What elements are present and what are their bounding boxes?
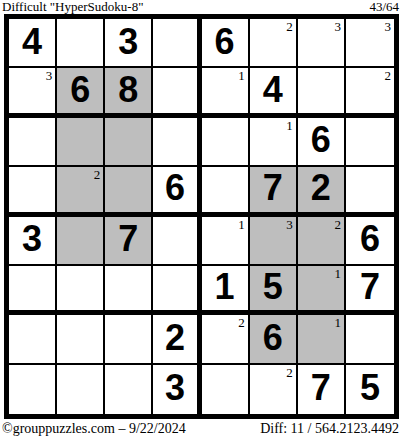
cell-r4c8[interactable] — [346, 167, 394, 216]
cell-r8c8[interactable]: 5 — [346, 365, 394, 414]
given-digit: 2 — [165, 320, 185, 358]
cell-r6c4[interactable] — [153, 266, 201, 315]
corner-mark: 2 — [385, 68, 392, 83]
cell-r7c3[interactable] — [105, 315, 153, 364]
cell-r8c7[interactable]: 7 — [298, 365, 346, 414]
cell-r5c6[interactable]: 3 — [250, 217, 298, 266]
cell-r6c5[interactable]: 1 — [202, 266, 250, 315]
corner-mark: 1 — [238, 217, 245, 232]
cell-r4c4[interactable]: 6 — [153, 167, 201, 216]
cell-r5c1[interactable]: 3 — [9, 217, 57, 266]
cell-r3c2[interactable] — [57, 118, 105, 167]
cell-r4c7[interactable]: 2 — [298, 167, 346, 216]
cell-r3c1[interactable] — [9, 118, 57, 167]
given-digit: 6 — [165, 170, 185, 208]
cell-r6c1[interactable] — [9, 266, 57, 315]
cell-r5c5[interactable]: 1 — [202, 217, 250, 266]
cell-r5c8[interactable]: 6 — [346, 217, 394, 266]
given-digit: 3 — [118, 24, 138, 62]
cell-r6c8[interactable]: 7 — [346, 266, 394, 315]
cell-r7c1[interactable] — [9, 315, 57, 364]
cell-r7c8[interactable] — [346, 315, 394, 364]
corner-mark: 2 — [286, 365, 293, 380]
cell-r5c2[interactable] — [57, 217, 105, 266]
cell-r7c6[interactable]: 6 — [250, 315, 298, 364]
given-digit: 2 — [311, 170, 331, 208]
cell-r1c8[interactable]: 3 — [346, 19, 394, 68]
given-digit: 7 — [311, 370, 331, 408]
cell-r5c4[interactable] — [153, 217, 201, 266]
corner-mark: 1 — [238, 68, 245, 83]
cell-r8c2[interactable] — [57, 365, 105, 414]
corner-mark: 1 — [286, 118, 293, 133]
cell-r6c7[interactable]: 1 — [298, 266, 346, 315]
cell-r8c1[interactable] — [9, 365, 57, 414]
footer: ©grouppuzzles.com – 9/22/2024 Diff: 11 /… — [2, 421, 399, 436]
given-digit: 6 — [263, 320, 283, 358]
cell-r1c7[interactable]: 3 — [298, 19, 346, 68]
cell-r7c2[interactable] — [57, 315, 105, 364]
puzzle-counter: 43/64 — [369, 0, 399, 14]
given-digit: 8 — [118, 72, 138, 110]
corner-mark: 1 — [334, 315, 341, 330]
given-digit: 4 — [263, 72, 283, 110]
corner-mark: 3 — [286, 217, 293, 232]
given-digit: 7 — [360, 269, 380, 307]
given-digit: 5 — [360, 370, 380, 408]
given-digit: 3 — [165, 370, 185, 408]
cell-r2c3[interactable]: 8 — [105, 68, 153, 117]
given-digit: 7 — [263, 170, 283, 208]
cell-r4c2[interactable]: 2 — [57, 167, 105, 216]
cell-r8c5[interactable] — [202, 365, 250, 414]
given-digit: 6 — [70, 72, 90, 110]
corner-mark: 2 — [238, 315, 245, 330]
corner-mark: 1 — [334, 266, 341, 281]
given-digit: 6 — [311, 122, 331, 160]
cell-r3c3[interactable] — [105, 118, 153, 167]
cell-r2c2[interactable]: 6 — [57, 68, 105, 117]
board: 436233368142162672371326151722613275 — [4, 14, 399, 419]
cell-r5c3[interactable]: 7 — [105, 217, 153, 266]
cell-r5c7[interactable]: 2 — [298, 217, 346, 266]
given-digit: 6 — [215, 24, 235, 62]
given-digit: 1 — [215, 269, 235, 307]
cell-r2c1[interactable]: 3 — [9, 68, 57, 117]
cell-r6c6[interactable]: 5 — [250, 266, 298, 315]
cell-r3c7[interactable]: 6 — [298, 118, 346, 167]
cell-r2c5[interactable]: 1 — [202, 68, 250, 117]
given-digit: 5 — [263, 269, 283, 307]
cell-r1c5[interactable]: 6 — [202, 19, 250, 68]
copyright-date: ©grouppuzzles.com – 9/22/2024 — [2, 421, 186, 436]
cell-r4c5[interactable] — [202, 167, 250, 216]
puzzle-title: Difficult "HyperSudoku-8" — [2, 0, 143, 14]
cell-r4c6[interactable]: 7 — [250, 167, 298, 216]
given-digit: 3 — [22, 221, 42, 259]
cell-r3c5[interactable] — [202, 118, 250, 167]
cell-r3c6[interactable]: 1 — [250, 118, 298, 167]
cell-r8c3[interactable] — [105, 365, 153, 414]
cell-r7c4[interactable]: 2 — [153, 315, 201, 364]
cell-r6c2[interactable] — [57, 266, 105, 315]
corner-mark: 3 — [46, 68, 53, 83]
cell-r2c7[interactable] — [298, 68, 346, 117]
cell-r2c4[interactable] — [153, 68, 201, 117]
cell-r7c7[interactable]: 1 — [298, 315, 346, 364]
difficulty-id: Diff: 11 / 564.2123.4492 — [260, 421, 399, 436]
cell-r8c4[interactable]: 3 — [153, 365, 201, 414]
cell-r1c6[interactable]: 2 — [250, 19, 298, 68]
cell-r1c4[interactable] — [153, 19, 201, 68]
cell-r3c4[interactable] — [153, 118, 201, 167]
corner-mark: 2 — [334, 217, 341, 232]
cell-r1c1[interactable]: 4 — [9, 19, 57, 68]
cell-r8c6[interactable]: 2 — [250, 365, 298, 414]
given-digit: 6 — [360, 221, 380, 259]
cell-r2c8[interactable]: 2 — [346, 68, 394, 117]
cell-r2c6[interactable]: 4 — [250, 68, 298, 117]
corner-mark: 3 — [334, 19, 341, 34]
cell-r4c1[interactable] — [9, 167, 57, 216]
cell-r1c3[interactable]: 3 — [105, 19, 153, 68]
cell-r6c3[interactable] — [105, 266, 153, 315]
corner-mark: 3 — [385, 19, 392, 34]
corner-mark: 2 — [286, 19, 293, 34]
cell-r3c8[interactable] — [346, 118, 394, 167]
cell-r7c5[interactable]: 2 — [202, 315, 250, 364]
cell-r1c2[interactable] — [57, 19, 105, 68]
corner-mark: 2 — [94, 167, 101, 182]
header: Difficult "HyperSudoku-8" 43/64 — [2, 0, 399, 14]
given-digit: 7 — [118, 221, 138, 259]
given-digit: 4 — [22, 24, 42, 62]
cell-r4c3[interactable] — [105, 167, 153, 216]
